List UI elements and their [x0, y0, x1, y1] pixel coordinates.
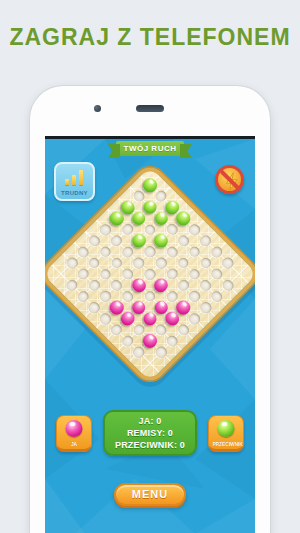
board-hole[interactable] [65, 255, 80, 270]
menu-button[interactable]: MENU [114, 483, 186, 506]
board-hole[interactable] [165, 289, 180, 304]
board-hole[interactable] [154, 189, 169, 204]
score-opponent: PRZECIWNIK: 0 [105, 439, 195, 451]
board-hole[interactable] [109, 278, 124, 293]
board-hole[interactable] [143, 222, 158, 237]
score-panel: JA: 0 REMISY: 0 PRZECIWNIK: 0 [103, 410, 197, 456]
banner-title: ZAGRAJ Z TELEFONEM [0, 0, 300, 51]
board-hole[interactable] [76, 244, 91, 259]
board-hole[interactable] [87, 255, 102, 270]
board-hole[interactable] [187, 311, 202, 326]
board-hole[interactable] [98, 311, 113, 326]
player-me-label: JA [60, 442, 87, 447]
board-hole[interactable] [143, 267, 158, 282]
board-hole[interactable] [131, 322, 146, 337]
board-hole[interactable] [187, 222, 202, 237]
board-hole[interactable] [65, 278, 80, 293]
game-screen: TWÓJ RUCH TRUDNY JA JA: 0 REMISY: 0 PRZE… [45, 136, 255, 533]
board-hole[interactable] [120, 244, 135, 259]
board-hole[interactable] [98, 244, 113, 259]
board-hole[interactable] [198, 255, 213, 270]
board-hole[interactable] [76, 289, 91, 304]
board-hole[interactable] [120, 267, 135, 282]
board-hole[interactable] [221, 255, 236, 270]
board-hole[interactable] [187, 289, 202, 304]
board-hole[interactable] [87, 300, 102, 315]
board-hole[interactable] [209, 267, 224, 282]
player-opponent-button[interactable]: PRZECIWNIK [208, 415, 244, 452]
no-hints-button[interactable] [215, 165, 244, 194]
score-me: JA: 0 [105, 415, 195, 427]
board-hole[interactable] [131, 345, 146, 360]
board-hole[interactable] [87, 278, 102, 293]
phone-camera-icon [94, 105, 101, 112]
board-hole[interactable] [176, 322, 191, 337]
board-hole[interactable] [176, 278, 191, 293]
board-hole[interactable] [87, 233, 102, 248]
store-banner: ZAGRAJ Z TELEFONEM [0, 0, 300, 85]
board-hole[interactable] [165, 222, 180, 237]
board-hole[interactable] [154, 345, 169, 360]
difficulty-button[interactable]: TRUDNY [54, 162, 95, 201]
board-hole[interactable] [176, 233, 191, 248]
board-hole[interactable] [143, 244, 158, 259]
score-draws: REMISY: 0 [105, 427, 195, 439]
board-hole[interactable] [131, 189, 146, 204]
board-hole[interactable] [98, 222, 113, 237]
board-hole[interactable] [154, 255, 169, 270]
board-hole[interactable] [221, 278, 236, 293]
difficulty-bars-icon [65, 170, 85, 185]
pink-ball-icon [66, 420, 83, 437]
phone-speaker-icon [136, 105, 164, 112]
green-ball-icon [218, 420, 235, 437]
board-hole[interactable] [198, 278, 213, 293]
turn-badge-label: TWÓJ RUCH [116, 141, 184, 156]
board-hole[interactable] [131, 255, 146, 270]
board-hole[interactable] [120, 222, 135, 237]
board-hole[interactable] [198, 233, 213, 248]
phone-mockup: TWÓJ RUCH TRUDNY JA JA: 0 REMISY: 0 PRZE… [29, 85, 271, 533]
board-hole[interactable] [176, 255, 191, 270]
board-hole[interactable] [165, 267, 180, 282]
board-hole[interactable] [109, 233, 124, 248]
board-hole[interactable] [120, 289, 135, 304]
player-me-button[interactable]: JA [56, 415, 92, 452]
player-opponent-label: PRZECIWNIK [212, 442, 239, 447]
board-hole[interactable] [98, 289, 113, 304]
difficulty-label: TRUDNY [56, 190, 93, 196]
board-hole[interactable] [109, 255, 124, 270]
turn-badge: TWÓJ RUCH [116, 141, 184, 156]
board-hole[interactable] [120, 333, 135, 348]
board-hole[interactable] [165, 333, 180, 348]
board-hole[interactable] [187, 244, 202, 259]
board-hole[interactable] [154, 322, 169, 337]
board-hole[interactable] [76, 267, 91, 282]
board-hole[interactable] [165, 244, 180, 259]
board-hole[interactable] [209, 289, 224, 304]
board-hole[interactable] [109, 322, 124, 337]
board-hole[interactable] [209, 244, 224, 259]
board-hole[interactable] [198, 300, 213, 315]
board-hole[interactable] [98, 267, 113, 282]
board-hole[interactable] [143, 289, 158, 304]
board-hole[interactable] [187, 267, 202, 282]
